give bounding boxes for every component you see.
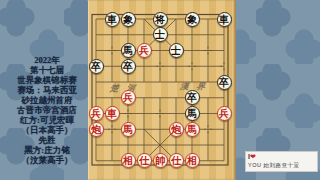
piece-black-advisor[interactable]: 士 — [153, 27, 168, 42]
piece-red-advisor[interactable]: 仕 — [169, 153, 184, 168]
info-line-venue2: 砂拉越州首府 — [0, 95, 94, 105]
piece-red-cannon[interactable]: 炮 — [89, 122, 104, 137]
piece-red-advisor[interactable]: 仕 — [137, 153, 152, 168]
screenshot-root: 2022年 第十七届 世界象棋锦标赛 赛场：马来西亚 砂拉越州首府 古晋市帝宫酒… — [0, 0, 320, 180]
info-line-red-note: （日本高手） — [0, 125, 94, 135]
info-line-black-player: 黑方:庄力铭 — [0, 145, 94, 155]
info-line-black-note: （汶莱高手） — [0, 155, 94, 165]
piece-red-chariot[interactable]: 車 — [105, 106, 120, 121]
info-line-result: 先胜 — [0, 135, 94, 145]
piece-red-horse[interactable]: 馬 — [121, 122, 136, 137]
piece-black-soldier[interactable]: 卒 — [185, 90, 200, 105]
info-line-event: 世界象棋锦标赛 — [0, 75, 94, 85]
piece-black-general[interactable]: 将 — [153, 12, 168, 27]
info-line-year: 2022年 — [0, 55, 94, 65]
info-line-red-player: 红方:可児宏暉 — [0, 115, 94, 125]
heart-icon: ❤ — [250, 153, 256, 160]
watermark-line2: YOU 始刘路亚十景 — [248, 161, 315, 169]
piece-black-horse[interactable]: 馬 — [121, 43, 136, 58]
piece-red-soldier[interactable]: 兵 — [137, 43, 152, 58]
info-line-edition: 第十七届 — [0, 65, 94, 75]
piece-red-soldier[interactable]: 兵 — [217, 106, 232, 121]
info-line-venue3: 古晋市帝宫酒店 — [0, 105, 94, 115]
piece-black-chariot[interactable]: 車 — [105, 12, 120, 27]
piece-red-horse[interactable]: 馬 — [185, 122, 200, 137]
piece-red-elephant[interactable]: 相 — [121, 153, 136, 168]
watermark-line1: I❤ — [248, 153, 315, 161]
piece-red-soldier[interactable]: 兵 — [89, 106, 104, 121]
piece-black-chariot[interactable]: 車 — [217, 12, 232, 27]
piece-red-soldier[interactable]: 兵 — [121, 90, 136, 105]
piece-black-soldier[interactable]: 卒 — [89, 59, 104, 74]
piece-black-horse[interactable]: 馬 — [185, 106, 200, 121]
piece-red-cannon[interactable]: 炮 — [169, 122, 184, 137]
tournament-info: 2022年 第十七届 世界象棋锦标赛 赛场：马来西亚 砂拉越州首府 古晋市帝宫酒… — [0, 55, 94, 165]
xiangqi-board[interactable]: 楚 河 漢 界 車象将象車士馬士卒卒卒卒馬兵兵兵車兵炮馬炮馬相仕帥仕相 — [88, 0, 236, 180]
piece-red-general[interactable]: 帥 — [153, 153, 168, 168]
piece-black-soldier[interactable]: 卒 — [121, 59, 136, 74]
piece-black-elephant[interactable]: 象 — [185, 12, 200, 27]
piece-red-elephant[interactable]: 相 — [185, 153, 200, 168]
piece-black-advisor[interactable]: 士 — [169, 43, 184, 58]
info-line-venue1: 赛场：马来西亚 — [0, 85, 94, 95]
piece-black-soldier[interactable]: 卒 — [217, 75, 232, 90]
piece-black-elephant[interactable]: 象 — [121, 12, 136, 27]
watermark-badge: I❤ YOU 始刘路亚十景 — [245, 151, 318, 172]
